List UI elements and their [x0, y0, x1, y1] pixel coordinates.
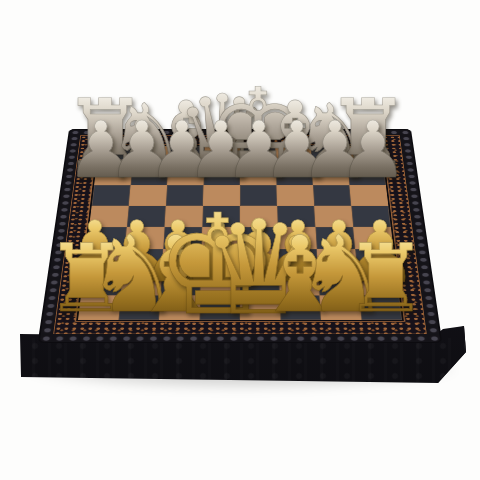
- chess-set-photo: ♜♞♝♛♚♝♞♜♟♟♟♟♟♟♟♟♟♟♟♟♟♟♟♟♜♞♝♚♛♝♞♜: [0, 0, 480, 480]
- piece-gold-rook-h1[interactable]: ♜: [344, 232, 428, 326]
- piece-silver-pawn-h7[interactable]: ♟: [338, 111, 408, 189]
